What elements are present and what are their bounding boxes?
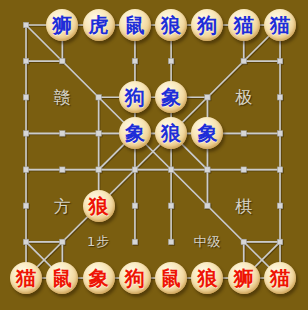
game-piece-red[interactable]: 狗 [119, 262, 151, 294]
game-piece-blue[interactable]: 狼 [155, 9, 187, 41]
board-corner-label: 方 [54, 194, 71, 217]
game-piece-red[interactable]: 鼠 [155, 262, 187, 294]
game-piece-red[interactable]: 猫 [10, 262, 42, 294]
game-piece-blue[interactable]: 猫 [264, 9, 296, 41]
game-piece-red[interactable]: 狼 [83, 190, 115, 222]
game-piece-blue[interactable]: 狗 [119, 81, 151, 113]
game-piece-blue[interactable]: 虎 [83, 9, 115, 41]
board-corner-label: 赣 [54, 86, 71, 109]
game-piece-red[interactable]: 猫 [264, 262, 296, 294]
board-corner-label: 棋 [235, 194, 252, 217]
board-info-label: 中级 [193, 233, 221, 251]
game-piece-blue[interactable]: 猫 [228, 9, 260, 41]
game-board: 赣极方棋1步中级狮虎鼠狼狗猫猫狗象象狼象狼猫鼠象狗鼠狼狮猫 [0, 0, 308, 310]
game-piece-red[interactable]: 狮 [228, 262, 260, 294]
game-piece-red[interactable]: 象 [83, 262, 115, 294]
board-info-label: 1步 [87, 233, 110, 251]
board-corner-label: 极 [235, 86, 252, 109]
board-grid-lines [0, 0, 308, 310]
game-piece-blue[interactable]: 鼠 [119, 9, 151, 41]
